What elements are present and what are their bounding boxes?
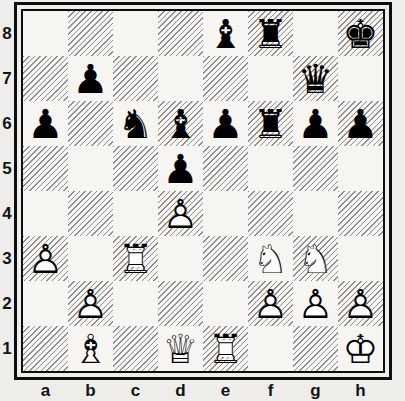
square-d2[interactable] (158, 281, 203, 326)
piece-black-pawn: ♟ (158, 146, 203, 191)
piece-white-queen-fill: ♛ (158, 326, 203, 371)
piece-white-knight-fill: ♞ (248, 236, 293, 281)
piece-black-queen: ♛ (293, 56, 338, 101)
piece-white-bishop: ♗ (68, 326, 113, 371)
square-a3[interactable]: ♟♙ (23, 236, 68, 281)
piece-white-rook: ♖ (113, 236, 158, 281)
square-f4[interactable] (248, 191, 293, 236)
square-a5[interactable] (23, 146, 68, 191)
square-c8[interactable] (113, 11, 158, 56)
square-f1[interactable] (248, 326, 293, 371)
square-b2[interactable]: ♟♙ (68, 281, 113, 326)
square-a6[interactable]: ♟ (23, 101, 68, 146)
piece-black-knight: ♞ (113, 101, 158, 146)
square-a8[interactable] (23, 11, 68, 56)
file-labels: a b c d e f g h (23, 381, 383, 401)
square-d1[interactable]: ♛♕ (158, 326, 203, 371)
square-c5[interactable] (113, 146, 158, 191)
piece-white-pawn: ♙ (338, 281, 383, 326)
piece-black-pawn: ♟ (293, 101, 338, 146)
rank-labels: 8 7 6 5 4 3 2 1 (0, 11, 14, 371)
square-f3[interactable]: ♞♘ (248, 236, 293, 281)
square-g7[interactable]: ♛ (293, 56, 338, 101)
square-f5[interactable] (248, 146, 293, 191)
square-e1[interactable]: ♜♖ (203, 326, 248, 371)
square-a4[interactable] (23, 191, 68, 236)
piece-white-king: ♔ (338, 326, 383, 371)
square-h8[interactable]: ♚ (338, 11, 383, 56)
square-c7[interactable] (113, 56, 158, 101)
piece-white-rook-fill: ♜ (113, 236, 158, 281)
square-c6[interactable]: ♞ (113, 101, 158, 146)
square-g4[interactable] (293, 191, 338, 236)
square-g1[interactable] (293, 326, 338, 371)
square-c3[interactable]: ♜♖ (113, 236, 158, 281)
rank-label-2: 2 (0, 281, 14, 326)
piece-white-pawn-fill: ♟ (248, 281, 293, 326)
rank-label-4: 4 (0, 191, 14, 236)
square-g3[interactable]: ♞♘ (293, 236, 338, 281)
square-c1[interactable] (113, 326, 158, 371)
rank-label-5: 5 (0, 146, 14, 191)
piece-white-rook: ♖ (203, 326, 248, 371)
piece-white-knight-fill: ♞ (293, 236, 338, 281)
piece-white-bishop-fill: ♝ (68, 326, 113, 371)
square-a7[interactable] (23, 56, 68, 101)
square-d6[interactable]: ♝ (158, 101, 203, 146)
piece-white-knight: ♘ (248, 236, 293, 281)
square-h3[interactable] (338, 236, 383, 281)
square-b8[interactable] (68, 11, 113, 56)
piece-black-bishop: ♝ (158, 101, 203, 146)
square-f8[interactable]: ♜ (248, 11, 293, 56)
square-h7[interactable] (338, 56, 383, 101)
square-g6[interactable]: ♟ (293, 101, 338, 146)
file-label-f: f (248, 381, 293, 401)
piece-white-pawn: ♙ (23, 236, 68, 281)
square-e2[interactable] (203, 281, 248, 326)
square-b1[interactable]: ♝♗ (68, 326, 113, 371)
chess-board-border: ♝♜♚♟♛♟♞♝♟♜♟♟♟♟♙♟♙♜♖♞♘♞♘♟♙♟♙♟♙♟♙♝♗♛♕♜♖♚♔ (21, 9, 385, 373)
chess-board-frame: ♝♜♚♟♛♟♞♝♟♜♟♟♟♟♙♟♙♜♖♞♘♞♘♟♙♟♙♟♙♟♙♝♗♛♕♜♖♚♔ (14, 2, 392, 380)
square-f7[interactable] (248, 56, 293, 101)
piece-black-pawn: ♟ (23, 101, 68, 146)
rank-label-8: 8 (0, 11, 14, 56)
piece-white-pawn-fill: ♟ (23, 236, 68, 281)
square-b4[interactable] (68, 191, 113, 236)
square-c2[interactable] (113, 281, 158, 326)
square-b3[interactable] (68, 236, 113, 281)
file-label-a: a (23, 381, 68, 401)
piece-white-pawn-fill: ♟ (293, 281, 338, 326)
piece-white-pawn: ♙ (68, 281, 113, 326)
square-h1[interactable]: ♚♔ (338, 326, 383, 371)
piece-white-king-fill: ♚ (338, 326, 383, 371)
square-c4[interactable] (113, 191, 158, 236)
square-b6[interactable] (68, 101, 113, 146)
file-label-e: e (203, 381, 248, 401)
piece-black-pawn: ♟ (338, 101, 383, 146)
square-e6[interactable]: ♟ (203, 101, 248, 146)
piece-black-bishop: ♝ (203, 11, 248, 56)
square-g5[interactable] (293, 146, 338, 191)
piece-white-pawn: ♙ (158, 191, 203, 236)
file-label-c: c (113, 381, 158, 401)
file-label-d: d (158, 381, 203, 401)
square-e8[interactable]: ♝ (203, 11, 248, 56)
piece-white-pawn: ♙ (248, 281, 293, 326)
square-d5[interactable]: ♟ (158, 146, 203, 191)
square-d4[interactable]: ♟♙ (158, 191, 203, 236)
square-h4[interactable] (338, 191, 383, 236)
rank-label-1: 1 (0, 326, 14, 371)
piece-white-rook-fill: ♜ (203, 326, 248, 371)
square-b5[interactable] (68, 146, 113, 191)
piece-black-pawn: ♟ (203, 101, 248, 146)
square-g8[interactable] (293, 11, 338, 56)
chess-board: ♝♜♚♟♛♟♞♝♟♜♟♟♟♟♙♟♙♜♖♞♘♞♘♟♙♟♙♟♙♟♙♝♗♛♕♜♖♚♔ (23, 11, 383, 371)
piece-white-queen: ♕ (158, 326, 203, 371)
rank-label-6: 6 (0, 101, 14, 146)
piece-white-knight: ♘ (293, 236, 338, 281)
square-d7[interactable] (158, 56, 203, 101)
square-h6[interactable]: ♟ (338, 101, 383, 146)
rank-label-3: 3 (0, 236, 14, 281)
piece-black-rook: ♜ (248, 101, 293, 146)
square-d8[interactable] (158, 11, 203, 56)
piece-black-king: ♚ (338, 11, 383, 56)
rank-label-7: 7 (0, 56, 14, 101)
piece-white-pawn: ♙ (293, 281, 338, 326)
file-label-h: h (338, 381, 383, 401)
piece-black-rook: ♜ (248, 11, 293, 56)
square-d3[interactable] (158, 236, 203, 281)
square-b7[interactable]: ♟ (68, 56, 113, 101)
square-f2[interactable]: ♟♙ (248, 281, 293, 326)
square-h5[interactable] (338, 146, 383, 191)
piece-white-pawn-fill: ♟ (158, 191, 203, 236)
square-e5[interactable] (203, 146, 248, 191)
square-e7[interactable] (203, 56, 248, 101)
square-a2[interactable] (23, 281, 68, 326)
square-e4[interactable] (203, 191, 248, 236)
square-f6[interactable]: ♜ (248, 101, 293, 146)
file-label-b: b (68, 381, 113, 401)
square-h2[interactable]: ♟♙ (338, 281, 383, 326)
piece-white-pawn-fill: ♟ (68, 281, 113, 326)
square-e3[interactable] (203, 236, 248, 281)
square-g2[interactable]: ♟♙ (293, 281, 338, 326)
piece-white-pawn-fill: ♟ (338, 281, 383, 326)
square-a1[interactable] (23, 326, 68, 371)
file-label-g: g (293, 381, 338, 401)
piece-black-pawn: ♟ (68, 56, 113, 101)
